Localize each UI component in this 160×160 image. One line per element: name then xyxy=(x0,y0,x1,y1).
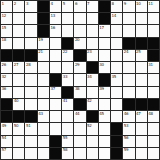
cell-r11c10[interactable]: 56 xyxy=(123,136,134,147)
clue-number-11: 11 xyxy=(148,1,153,6)
cell-r7c9[interactable] xyxy=(111,87,122,98)
cell-r3c0[interactable]: 18 xyxy=(1,38,12,49)
clue-number-23: 23 xyxy=(87,49,92,54)
cell-r12c1[interactable] xyxy=(13,148,24,159)
clue-number-37: 37 xyxy=(50,86,55,91)
cell-r9c11[interactable]: 47 xyxy=(136,111,147,122)
cell-r3c2[interactable] xyxy=(25,38,36,49)
cell-r12c8[interactable] xyxy=(99,148,110,159)
black-cell-r4c0 xyxy=(1,50,12,61)
clue-number-27: 27 xyxy=(14,62,19,67)
cell-r12c6[interactable] xyxy=(74,148,85,159)
clue-number-1: 1 xyxy=(2,1,4,6)
black-cell-r6c8 xyxy=(99,74,110,85)
cell-r12c7[interactable] xyxy=(87,148,98,159)
black-cell-r10c9 xyxy=(111,123,122,134)
cell-r11c12[interactable] xyxy=(148,136,159,147)
cell-r0c7[interactable]: 7 xyxy=(87,1,98,12)
cell-r11c7[interactable] xyxy=(87,136,98,147)
cell-r1c6[interactable] xyxy=(74,13,85,24)
clue-number-46: 46 xyxy=(124,111,129,116)
cell-r8c2[interactable] xyxy=(25,99,36,110)
clue-number-56: 56 xyxy=(124,135,129,140)
black-cell-r12c9 xyxy=(111,148,122,159)
cell-r10c8[interactable] xyxy=(99,123,110,134)
clue-number-31: 31 xyxy=(148,62,153,67)
cell-r1c0[interactable]: 12 xyxy=(1,13,12,24)
cell-r1c1[interactable] xyxy=(13,13,24,24)
clue-number-24: 24 xyxy=(124,49,129,54)
cell-r9c8[interactable]: 45 xyxy=(99,111,110,122)
clue-number-5: 5 xyxy=(63,1,65,6)
black-cell-r4c6 xyxy=(74,50,85,61)
cell-r11c3[interactable] xyxy=(38,136,49,147)
black-cell-r0c8 xyxy=(99,1,110,12)
cell-r1c11[interactable] xyxy=(136,13,147,24)
cell-r2c2[interactable] xyxy=(25,25,36,36)
clue-number-16: 16 xyxy=(50,25,55,30)
cell-r4c9[interactable] xyxy=(111,50,122,61)
cell-r2c11[interactable] xyxy=(136,25,147,36)
black-cell-r8c10 xyxy=(123,99,134,110)
cell-r5c5[interactable] xyxy=(62,62,73,73)
cell-r6c3[interactable] xyxy=(38,74,49,85)
cell-r8c7[interactable]: 42 xyxy=(87,99,98,110)
black-cell-r3c11 xyxy=(136,38,147,49)
black-cell-r9c2 xyxy=(25,111,36,122)
clue-number-38: 38 xyxy=(75,86,80,91)
cell-r9c6[interactable]: 44 xyxy=(74,111,85,122)
black-cell-r12c4 xyxy=(50,148,61,159)
clue-number-6: 6 xyxy=(75,1,77,6)
cell-r1c2[interactable] xyxy=(25,13,36,24)
cell-r10c2[interactable]: 51 xyxy=(25,123,36,134)
clue-number-49: 49 xyxy=(2,123,7,128)
black-cell-r3c10 xyxy=(123,38,134,49)
cell-r12c2[interactable] xyxy=(25,148,36,159)
clue-number-54: 54 xyxy=(2,135,7,140)
clue-number-4: 4 xyxy=(50,1,52,6)
clue-number-10: 10 xyxy=(136,1,141,6)
clue-number-59: 59 xyxy=(124,147,129,152)
cell-r10c5[interactable] xyxy=(62,123,73,134)
clue-number-20: 20 xyxy=(75,37,80,42)
cell-r10c1[interactable]: 50 xyxy=(13,123,24,134)
cell-r8c1[interactable]: 40 xyxy=(13,99,24,110)
clue-number-33: 33 xyxy=(63,74,68,79)
cell-r5c9[interactable] xyxy=(111,62,122,73)
clue-number-41: 41 xyxy=(63,98,68,103)
crossword-grid: 1234567891011121314151617181920212223242… xyxy=(0,0,160,160)
cell-r6c5[interactable]: 33 xyxy=(62,74,73,85)
cell-r12c10[interactable]: 59 xyxy=(123,148,134,159)
clue-number-15: 15 xyxy=(2,25,7,30)
cell-r7c4[interactable]: 37 xyxy=(50,87,61,98)
cell-r12c3[interactable] xyxy=(38,148,49,159)
clue-number-22: 22 xyxy=(63,49,68,54)
clue-number-28: 28 xyxy=(26,62,31,67)
cell-r4c11[interactable]: 25 xyxy=(136,50,147,61)
clue-number-50: 50 xyxy=(14,123,19,128)
cell-r6c10[interactable] xyxy=(123,74,134,85)
cell-r5c3[interactable] xyxy=(38,62,49,73)
cell-r7c6[interactable]: 38 xyxy=(74,87,85,98)
clue-number-19: 19 xyxy=(38,37,43,42)
cell-r7c8[interactable]: 39 xyxy=(99,87,110,98)
clue-number-32: 32 xyxy=(2,74,7,79)
cell-r9c5[interactable] xyxy=(62,111,73,122)
cell-r3c4[interactable] xyxy=(50,38,61,49)
cell-r5c0[interactable]: 26 xyxy=(1,62,12,73)
cell-r6c0[interactable]: 32 xyxy=(1,74,12,85)
cell-r7c0[interactable]: 36 xyxy=(1,87,12,98)
cell-r2c1[interactable] xyxy=(13,25,24,36)
cell-r6c11[interactable] xyxy=(136,74,147,85)
cell-r11c0[interactable]: 54 xyxy=(1,136,12,147)
cell-r7c10[interactable] xyxy=(123,87,134,98)
black-cell-r8c0 xyxy=(1,99,12,110)
clue-number-51: 51 xyxy=(26,123,31,128)
black-cell-r9c0 xyxy=(1,111,12,122)
cell-r1c7[interactable] xyxy=(87,13,98,24)
black-cell-r1c8 xyxy=(99,13,110,24)
cell-r9c12[interactable]: 48 xyxy=(148,111,159,122)
black-cell-r7c5 xyxy=(62,87,73,98)
cell-r2c7[interactable] xyxy=(87,25,98,36)
clue-number-40: 40 xyxy=(14,98,19,103)
cell-r12c0[interactable]: 57 xyxy=(1,148,12,159)
cell-r8c3[interactable] xyxy=(38,99,49,110)
cell-r8c8[interactable] xyxy=(99,99,110,110)
cell-r10c3[interactable] xyxy=(38,123,49,134)
clue-number-47: 47 xyxy=(136,111,141,116)
cell-r2c0[interactable]: 15 xyxy=(1,25,12,36)
black-cell-r11c4 xyxy=(50,136,61,147)
cell-r3c3[interactable]: 19 xyxy=(38,38,49,49)
black-cell-r4c12 xyxy=(148,50,159,61)
cell-r12c11[interactable] xyxy=(136,148,147,159)
cell-r0c12[interactable]: 11 xyxy=(148,1,159,12)
black-cell-r8c6 xyxy=(74,99,85,110)
cell-r10c6[interactable] xyxy=(74,123,85,134)
cell-r6c6[interactable] xyxy=(74,74,85,85)
clue-number-13: 13 xyxy=(50,13,55,18)
clue-number-52: 52 xyxy=(87,123,92,128)
clue-number-35: 35 xyxy=(112,74,117,79)
clue-number-43: 43 xyxy=(38,111,43,116)
black-cell-r9c7 xyxy=(87,111,98,122)
cell-r4c5[interactable]: 22 xyxy=(62,50,73,61)
cell-r6c2[interactable] xyxy=(25,74,36,85)
clue-number-55: 55 xyxy=(63,135,68,140)
cell-r7c1[interactable] xyxy=(13,87,24,98)
cell-r0c5[interactable]: 5 xyxy=(62,1,73,12)
black-cell-r3c12 xyxy=(148,38,159,49)
cell-r7c12[interactable] xyxy=(148,87,159,98)
black-cell-r9c1 xyxy=(13,111,24,122)
black-cell-r0c3 xyxy=(38,1,49,12)
clue-number-57: 57 xyxy=(2,147,7,152)
black-cell-r8c11 xyxy=(136,99,147,110)
clue-number-29: 29 xyxy=(75,62,80,67)
cell-r4c3[interactable]: 21 xyxy=(38,50,49,61)
clue-number-18: 18 xyxy=(2,37,7,42)
cell-r10c7[interactable]: 52 xyxy=(87,123,98,134)
cell-r5c8[interactable]: 30 xyxy=(99,62,110,73)
clue-number-34: 34 xyxy=(87,74,92,79)
black-cell-r4c2 xyxy=(25,50,36,61)
cell-r2c10[interactable] xyxy=(123,25,134,36)
cell-r2c9[interactable] xyxy=(111,25,122,36)
cell-r0c1[interactable]: 2 xyxy=(13,1,24,12)
clue-number-30: 30 xyxy=(99,62,104,67)
black-cell-r6c4 xyxy=(50,74,61,85)
cell-r0c4[interactable]: 4 xyxy=(50,1,61,12)
cell-r6c9[interactable]: 35 xyxy=(111,74,122,85)
cell-r4c7[interactable]: 23 xyxy=(87,50,98,61)
cell-r11c8[interactable] xyxy=(99,136,110,147)
clue-number-8: 8 xyxy=(112,1,114,6)
clue-number-2: 2 xyxy=(14,1,16,6)
cell-r5c1[interactable]: 27 xyxy=(13,62,24,73)
cell-r3c8[interactable] xyxy=(99,38,110,49)
cell-r4c8[interactable] xyxy=(99,50,110,61)
cell-r10c4[interactable] xyxy=(50,123,61,134)
cell-r3c7[interactable] xyxy=(87,38,98,49)
clue-number-42: 42 xyxy=(87,98,92,103)
cell-r2c8[interactable]: 17 xyxy=(99,25,110,36)
clue-number-3: 3 xyxy=(26,1,28,6)
black-cell-r5c7 xyxy=(87,62,98,73)
cell-r4c4[interactable] xyxy=(50,50,61,61)
clue-number-53: 53 xyxy=(124,123,129,128)
black-cell-r2c3 xyxy=(38,25,49,36)
cell-r11c5[interactable]: 55 xyxy=(62,136,73,147)
cell-r3c9[interactable] xyxy=(111,38,122,49)
clue-number-12: 12 xyxy=(2,13,7,18)
cell-r0c11[interactable]: 10 xyxy=(136,1,147,12)
clue-number-14: 14 xyxy=(112,13,117,18)
clue-number-48: 48 xyxy=(148,111,153,116)
cell-r0c0[interactable]: 1 xyxy=(1,1,12,12)
cell-r9c9[interactable] xyxy=(111,111,122,122)
cell-r2c12[interactable] xyxy=(148,25,159,36)
clue-number-39: 39 xyxy=(99,86,104,91)
cell-r4c10[interactable]: 24 xyxy=(123,50,134,61)
cell-r6c7[interactable]: 34 xyxy=(87,74,98,85)
clue-number-26: 26 xyxy=(2,62,7,67)
cell-r7c11[interactable] xyxy=(136,87,147,98)
cell-r3c6[interactable]: 20 xyxy=(74,38,85,49)
cell-r7c3[interactable] xyxy=(38,87,49,98)
clue-number-7: 7 xyxy=(87,1,89,6)
black-cell-r11c9 xyxy=(111,136,122,147)
clue-number-17: 17 xyxy=(99,25,104,30)
clue-number-45: 45 xyxy=(99,111,104,116)
cell-r6c1[interactable] xyxy=(13,74,24,85)
black-cell-r3c5 xyxy=(62,38,73,49)
cell-r1c9[interactable]: 14 xyxy=(111,13,122,24)
cell-r1c4[interactable]: 13 xyxy=(50,13,61,24)
cell-r2c5[interactable] xyxy=(62,25,73,36)
clue-number-9: 9 xyxy=(124,1,126,6)
cell-r10c12[interactable] xyxy=(148,123,159,134)
cell-r5c10[interactable] xyxy=(123,62,134,73)
cell-r7c2[interactable] xyxy=(25,87,36,98)
cell-r0c6[interactable]: 6 xyxy=(74,1,85,12)
cell-r11c1[interactable] xyxy=(13,136,24,147)
cell-r0c9[interactable]: 8 xyxy=(111,1,122,12)
cell-r5c11[interactable] xyxy=(136,62,147,73)
cell-r10c10[interactable]: 53 xyxy=(123,123,134,134)
cell-r2c6[interactable] xyxy=(74,25,85,36)
black-cell-r1c3 xyxy=(38,13,49,24)
cell-r9c4[interactable] xyxy=(50,111,61,122)
cell-r5c6[interactable]: 29 xyxy=(74,62,85,73)
cell-r10c0[interactable]: 49 xyxy=(1,123,12,134)
cell-r11c2[interactable] xyxy=(25,136,36,147)
cell-r3c1[interactable] xyxy=(13,38,24,49)
cell-r9c10[interactable]: 46 xyxy=(123,111,134,122)
cell-r5c4[interactable] xyxy=(50,62,61,73)
cell-r1c10[interactable] xyxy=(123,13,134,24)
cell-r6c12[interactable] xyxy=(148,74,159,85)
cell-r1c5[interactable] xyxy=(62,13,73,24)
clue-number-25: 25 xyxy=(136,49,141,54)
clue-number-44: 44 xyxy=(75,111,80,116)
cell-r9c3[interactable]: 43 xyxy=(38,111,49,122)
cell-r11c6[interactable] xyxy=(74,136,85,147)
cell-r10c11[interactable] xyxy=(136,123,147,134)
clue-number-36: 36 xyxy=(2,86,7,91)
clue-number-21: 21 xyxy=(38,49,43,54)
cell-r11c11[interactable] xyxy=(136,136,147,147)
cell-r5c2[interactable]: 28 xyxy=(25,62,36,73)
cell-r12c5[interactable]: 58 xyxy=(62,148,73,159)
cell-r8c5[interactable]: 41 xyxy=(62,99,73,110)
cell-r0c2[interactable]: 3 xyxy=(25,1,36,12)
cell-r1c12[interactable] xyxy=(148,13,159,24)
cell-r8c9[interactable] xyxy=(111,99,122,110)
clue-number-58: 58 xyxy=(63,147,68,152)
cell-r2c4[interactable]: 16 xyxy=(50,25,61,36)
black-cell-r4c1 xyxy=(13,50,24,61)
cell-r0c10[interactable]: 9 xyxy=(123,1,134,12)
cell-r7c7[interactable] xyxy=(87,87,98,98)
black-cell-r8c12 xyxy=(148,99,159,110)
cell-r12c12[interactable] xyxy=(148,148,159,159)
cell-r5c12[interactable]: 31 xyxy=(148,62,159,73)
cell-r8c4[interactable] xyxy=(50,99,61,110)
